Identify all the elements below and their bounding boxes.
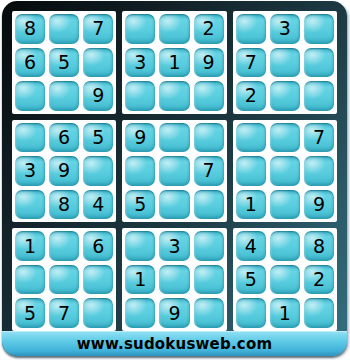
cell-r1c1[interactable]: 8	[15, 14, 45, 44]
cell-r5c2[interactable]: 9	[49, 156, 79, 186]
cell-r8c6[interactable]	[194, 265, 224, 295]
cell-r4c6[interactable]	[194, 123, 224, 153]
cell-r5c7[interactable]	[236, 156, 266, 186]
cell-r4c3[interactable]: 5	[83, 123, 113, 153]
cell-r4c7[interactable]	[236, 123, 266, 153]
cell-r9c8[interactable]: 1	[270, 298, 300, 328]
cell-r5c8[interactable]	[270, 156, 300, 186]
cell-r2c4[interactable]: 3	[125, 48, 155, 78]
cell-r3c6[interactable]	[194, 81, 224, 111]
cell-r9c2[interactable]: 7	[49, 298, 79, 328]
cell-r3c9[interactable]	[304, 81, 334, 111]
cell-r3c5[interactable]	[159, 81, 189, 111]
cell-r4c2[interactable]: 6	[49, 123, 79, 153]
cell-r6c3[interactable]: 4	[83, 190, 113, 220]
cell-r7c8[interactable]	[270, 231, 300, 261]
sudoku-widget: 876592319372653984975719165731948521 www…	[0, 0, 350, 360]
cell-r8c1[interactable]	[15, 265, 45, 295]
box-2-2: 975	[122, 120, 226, 223]
cell-r7c6[interactable]	[194, 231, 224, 261]
cell-r6c5[interactable]	[159, 190, 189, 220]
cell-r4c4[interactable]: 9	[125, 123, 155, 153]
box-1-2: 2319	[122, 11, 226, 114]
cell-r8c3[interactable]	[83, 265, 113, 295]
cell-r5c1[interactable]: 3	[15, 156, 45, 186]
cell-r4c1[interactable]	[15, 123, 45, 153]
cell-r9c1[interactable]: 5	[15, 298, 45, 328]
cell-r7c1[interactable]: 1	[15, 231, 45, 261]
cell-r9c3[interactable]	[83, 298, 113, 328]
cell-r5c4[interactable]	[125, 156, 155, 186]
cell-r9c4[interactable]	[125, 298, 155, 328]
cell-r3c8[interactable]	[270, 81, 300, 111]
box-1-3: 372	[233, 11, 337, 114]
cell-r7c4[interactable]	[125, 231, 155, 261]
footer-bar: www.sudokusweb.com	[2, 331, 347, 356]
cell-r3c1[interactable]	[15, 81, 45, 111]
cell-r1c3[interactable]: 7	[83, 14, 113, 44]
cell-r2c3[interactable]	[83, 48, 113, 78]
cell-r2c9[interactable]	[304, 48, 334, 78]
cell-r5c9[interactable]	[304, 156, 334, 186]
cell-r7c3[interactable]: 6	[83, 231, 113, 261]
cell-r1c6[interactable]: 2	[194, 14, 224, 44]
cell-r8c7[interactable]: 5	[236, 265, 266, 295]
cell-r6c2[interactable]: 8	[49, 190, 79, 220]
cell-r6c8[interactable]	[270, 190, 300, 220]
cell-r7c5[interactable]: 3	[159, 231, 189, 261]
cell-r8c2[interactable]	[49, 265, 79, 295]
cell-r8c5[interactable]	[159, 265, 189, 295]
cell-r5c3[interactable]	[83, 156, 113, 186]
cell-r9c9[interactable]	[304, 298, 334, 328]
box-1-1: 87659	[12, 11, 116, 114]
cell-r4c9[interactable]: 7	[304, 123, 334, 153]
cell-r6c4[interactable]: 5	[125, 190, 155, 220]
box-3-2: 319	[122, 228, 226, 331]
cell-r9c5[interactable]: 9	[159, 298, 189, 328]
cell-r1c8[interactable]: 3	[270, 14, 300, 44]
cell-r3c4[interactable]	[125, 81, 155, 111]
cell-r1c9[interactable]	[304, 14, 334, 44]
cell-r7c2[interactable]	[49, 231, 79, 261]
cell-r2c2[interactable]: 5	[49, 48, 79, 78]
cell-r2c8[interactable]	[270, 48, 300, 78]
cell-r1c5[interactable]	[159, 14, 189, 44]
box-2-3: 719	[233, 120, 337, 223]
cell-r5c5[interactable]	[159, 156, 189, 186]
box-2-1: 653984	[12, 120, 116, 223]
cell-r4c5[interactable]	[159, 123, 189, 153]
cell-r6c6[interactable]	[194, 190, 224, 220]
cell-r1c2[interactable]	[49, 14, 79, 44]
cell-r1c7[interactable]	[236, 14, 266, 44]
cell-r8c8[interactable]	[270, 265, 300, 295]
cell-r1c4[interactable]	[125, 14, 155, 44]
box-3-1: 1657	[12, 228, 116, 331]
cell-r3c3[interactable]: 9	[83, 81, 113, 111]
sudoku-board: 876592319372653984975719165731948521	[12, 11, 337, 331]
cell-r4c8[interactable]	[270, 123, 300, 153]
cell-r2c7[interactable]: 7	[236, 48, 266, 78]
website-link[interactable]: www.sudokusweb.com	[77, 335, 272, 353]
cell-r9c6[interactable]	[194, 298, 224, 328]
cell-r2c1[interactable]: 6	[15, 48, 45, 78]
cell-r7c7[interactable]: 4	[236, 231, 266, 261]
cell-r7c9[interactable]: 8	[304, 231, 334, 261]
cell-r6c9[interactable]: 9	[304, 190, 334, 220]
cell-r6c1[interactable]	[15, 190, 45, 220]
box-3-3: 48521	[233, 228, 337, 331]
cell-r2c6[interactable]: 9	[194, 48, 224, 78]
cell-r9c7[interactable]	[236, 298, 266, 328]
board-area: 876592319372653984975719165731948521	[2, 1, 347, 331]
cell-r8c9[interactable]: 2	[304, 265, 334, 295]
cell-r5c6[interactable]: 7	[194, 156, 224, 186]
cell-r6c7[interactable]: 1	[236, 190, 266, 220]
cell-r3c7[interactable]: 2	[236, 81, 266, 111]
board-frame: 876592319372653984975719165731948521 www…	[2, 1, 347, 356]
cell-r3c2[interactable]	[49, 81, 79, 111]
cell-r2c5[interactable]: 1	[159, 48, 189, 78]
cell-r8c4[interactable]: 1	[125, 265, 155, 295]
